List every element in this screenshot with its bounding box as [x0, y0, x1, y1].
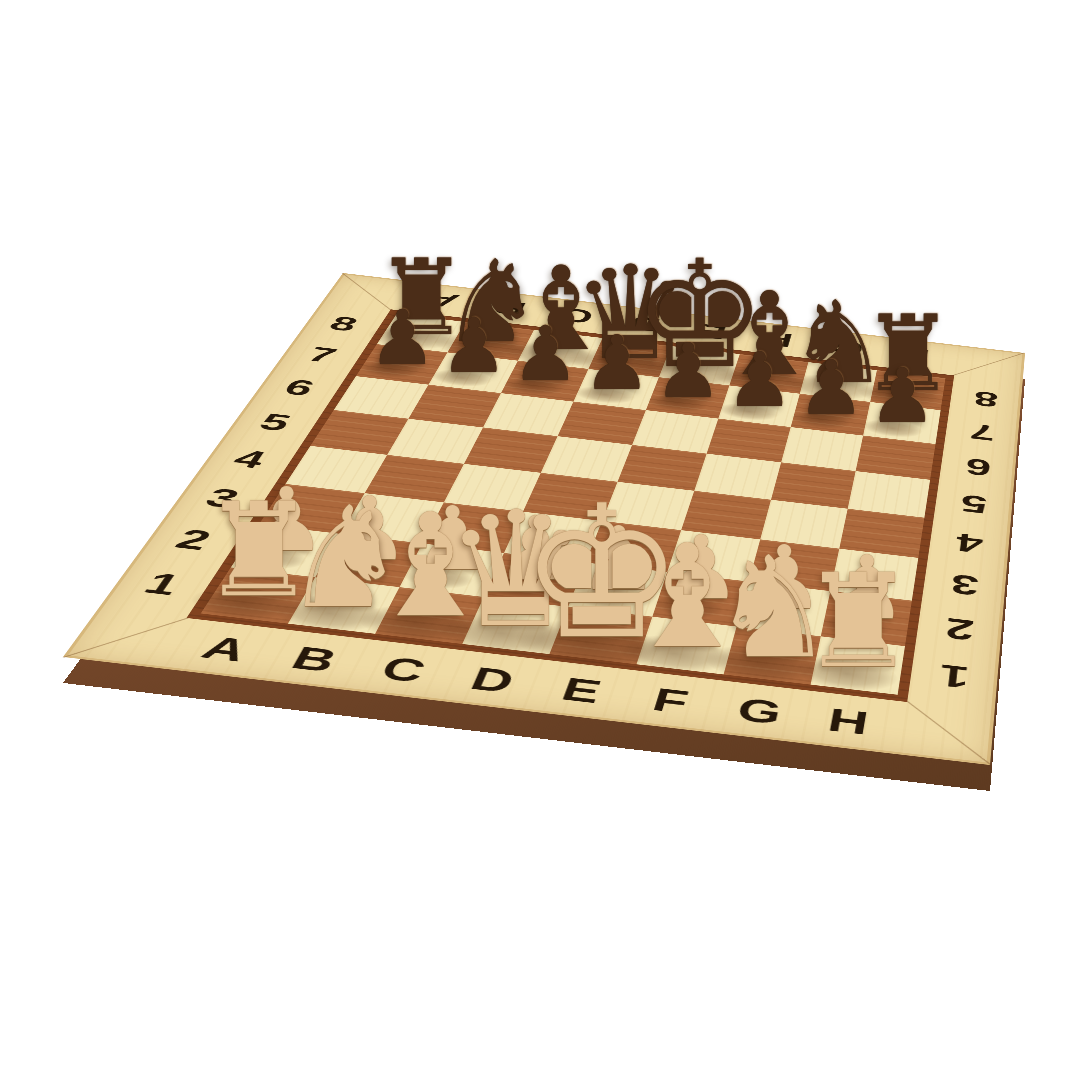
chess-set-photo: AABBCCDDEEFFGGHH1122334455667788 ♜♞♝♛♚♝♞… — [0, 0, 1080, 1080]
file-label-near-f: F — [623, 673, 717, 729]
rank-label-left-7: 7 — [280, 337, 364, 373]
file-label-far-h: H — [881, 338, 947, 372]
file-label-far-f: F — [745, 323, 814, 357]
file-label-near-a: A — [171, 622, 279, 676]
file-label-far-c: C — [540, 299, 614, 332]
rank-label-right-6: 6 — [943, 447, 1013, 487]
rank-label-left-6: 6 — [255, 369, 342, 407]
file-label-near-c: C — [352, 643, 454, 698]
rank-label-right-3: 3 — [926, 562, 1003, 609]
rank-label-left-8: 8 — [303, 307, 385, 341]
file-label-far-b: B — [472, 291, 547, 324]
file-label-far-a: A — [403, 284, 480, 317]
file-label-far-d: D — [608, 307, 680, 340]
rank-label-right-8: 8 — [953, 381, 1019, 417]
file-label-near-d: D — [442, 653, 542, 708]
rank-label-right-2: 2 — [920, 604, 999, 654]
file-label-far-e: E — [677, 315, 747, 349]
file-label-near-b: B — [261, 632, 366, 686]
file-label-far-g: G — [813, 331, 880, 365]
rank-label-right-7: 7 — [948, 413, 1016, 451]
rank-label-right-5: 5 — [938, 483, 1010, 525]
rank-label-right-4: 4 — [932, 521, 1006, 566]
file-label-near-g: G — [713, 683, 804, 739]
file-label-near-h: H — [803, 694, 892, 750]
file-label-near-e: E — [532, 663, 629, 718]
rank-label-left-5: 5 — [229, 402, 320, 442]
rank-label-right-1: 1 — [913, 650, 995, 703]
